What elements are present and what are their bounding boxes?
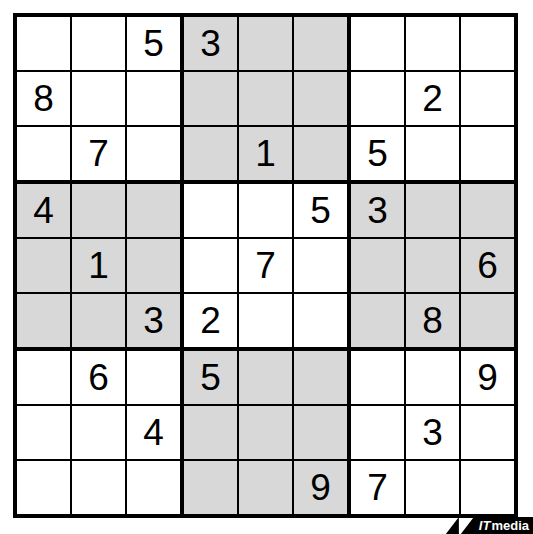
itmedia-logo-band: IT media [461,517,533,534]
cell-r9c1[interactable] [17,461,70,514]
cell-r4c7[interactable]: 3 [351,184,404,237]
cell-r2c4[interactable] [184,72,237,125]
cell-r9c3[interactable] [127,461,180,514]
cell-r4c6[interactable]: 5 [294,184,347,237]
itmedia-logo: IT media [446,517,533,534]
cell-r6c8[interactable]: 8 [406,294,459,347]
cell-r2c2[interactable] [72,72,125,125]
cell-r7c7[interactable] [351,351,404,404]
itmedia-logo-it: IT [479,518,491,533]
cell-r8c2[interactable] [72,406,125,459]
box-5: 572 [184,184,347,347]
cell-r3c2[interactable]: 7 [72,127,125,180]
cell-r5c2[interactable]: 1 [72,239,125,292]
cell-r4c5[interactable] [239,184,292,237]
cell-r8c5[interactable] [239,406,292,459]
cell-r6c2[interactable] [72,294,125,347]
box-3: 25 [351,17,514,180]
cell-r7c2[interactable]: 6 [72,351,125,404]
cell-r3c3[interactable] [127,127,180,180]
cell-r4c2[interactable] [72,184,125,237]
cell-r6c7[interactable] [351,294,404,347]
cell-r2c6[interactable] [294,72,347,125]
cell-r4c3[interactable] [127,184,180,237]
cell-r6c4[interactable]: 2 [184,294,237,347]
box-8: 59 [184,351,347,514]
cell-r5c1[interactable] [17,239,70,292]
cell-r1c7[interactable] [351,17,404,70]
cell-r9c7[interactable]: 7 [351,461,404,514]
cell-r2c9[interactable] [461,72,514,125]
cell-r5c8[interactable] [406,239,459,292]
cell-r2c8[interactable]: 2 [406,72,459,125]
cell-r4c8[interactable] [406,184,459,237]
cell-r7c4[interactable]: 5 [184,351,237,404]
cell-r8c6[interactable] [294,406,347,459]
cell-r6c6[interactable] [294,294,347,347]
box-6: 368 [351,184,514,347]
cell-r2c1[interactable]: 8 [17,72,70,125]
cell-r1c2[interactable] [72,17,125,70]
cell-r5c4[interactable] [184,239,237,292]
box-2: 31 [184,17,347,180]
cell-r3c8[interactable] [406,127,459,180]
cell-r3c7[interactable]: 5 [351,127,404,180]
cell-r9c8[interactable] [406,461,459,514]
cell-r1c3[interactable]: 5 [127,17,180,70]
cell-r2c7[interactable] [351,72,404,125]
cell-r5c3[interactable] [127,239,180,292]
cell-r8c4[interactable] [184,406,237,459]
cell-r3c9[interactable] [461,127,514,180]
cell-r5c5[interactable]: 7 [239,239,292,292]
cell-r1c6[interactable] [294,17,347,70]
cell-r8c3[interactable]: 4 [127,406,180,459]
cell-r3c5[interactable]: 1 [239,127,292,180]
cell-r9c6[interactable]: 9 [294,461,347,514]
itmedia-logo-media: media [491,518,529,533]
cell-r4c1[interactable]: 4 [17,184,70,237]
cell-r7c1[interactable] [17,351,70,404]
cell-r8c1[interactable] [17,406,70,459]
cell-r2c5[interactable] [239,72,292,125]
cell-r4c4[interactable] [184,184,237,237]
cell-r2c3[interactable] [127,72,180,125]
cell-r6c9[interactable] [461,294,514,347]
box-9: 937 [351,351,514,514]
cell-r1c9[interactable] [461,17,514,70]
cell-r4c9[interactable] [461,184,514,237]
cell-r7c9[interactable]: 9 [461,351,514,404]
sudoku-board: 58731254135723686459937 [13,13,518,518]
box-1: 587 [17,17,180,180]
cell-r5c7[interactable] [351,239,404,292]
cell-r1c1[interactable] [17,17,70,70]
itmedia-slash-icon [446,517,459,534]
cell-r5c6[interactable] [294,239,347,292]
cell-r6c5[interactable] [239,294,292,347]
box-4: 413 [17,184,180,347]
cell-r9c5[interactable] [239,461,292,514]
cell-r5c9[interactable]: 6 [461,239,514,292]
cell-r6c3[interactable]: 3 [127,294,180,347]
box-7: 64 [17,351,180,514]
cell-r9c2[interactable] [72,461,125,514]
cell-r8c7[interactable] [351,406,404,459]
cell-r3c1[interactable] [17,127,70,180]
cell-r1c4[interactable]: 3 [184,17,237,70]
cell-r8c8[interactable]: 3 [406,406,459,459]
cell-r7c6[interactable] [294,351,347,404]
cell-r9c4[interactable] [184,461,237,514]
cell-r7c8[interactable] [406,351,459,404]
cell-r9c9[interactable] [461,461,514,514]
cell-r6c1[interactable] [17,294,70,347]
cell-r1c5[interactable] [239,17,292,70]
cell-r3c6[interactable] [294,127,347,180]
cell-r3c4[interactable] [184,127,237,180]
cell-r7c3[interactable] [127,351,180,404]
cell-r7c5[interactable] [239,351,292,404]
cell-r8c9[interactable] [461,406,514,459]
cell-r1c8[interactable] [406,17,459,70]
